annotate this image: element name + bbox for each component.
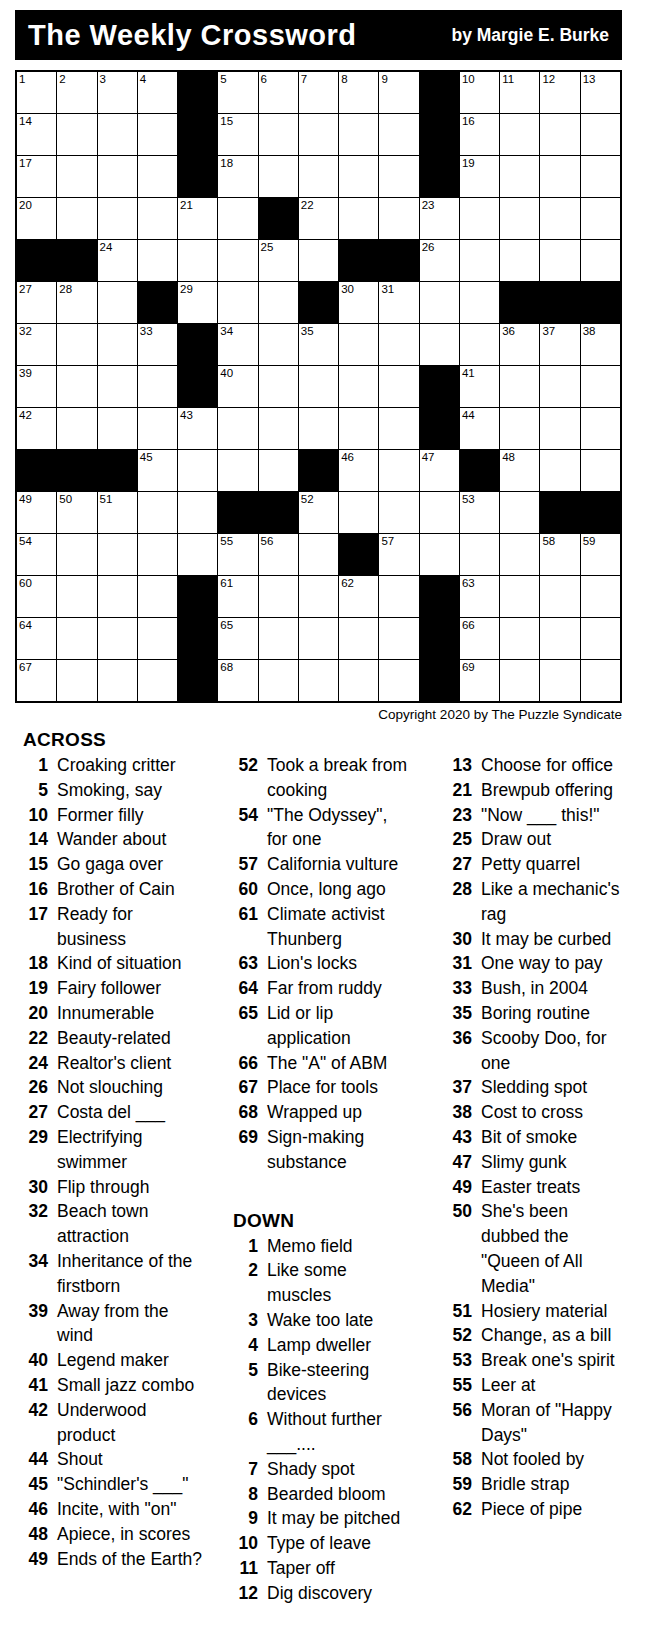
grid-cell[interactable] [420, 492, 459, 533]
grid-cell[interactable] [259, 156, 298, 197]
grid-cell[interactable]: 42 [17, 408, 56, 449]
grid-cell[interactable]: 59 [581, 534, 620, 575]
grid-cell[interactable]: 34 [218, 324, 257, 365]
grid-cell[interactable] [540, 114, 579, 155]
grid-cell[interactable]: 19 [460, 156, 499, 197]
clue-across-5: 5Smoking, say [15, 778, 225, 803]
grid-cell[interactable]: 25 [259, 240, 298, 281]
grid-cell[interactable]: 38 [581, 324, 620, 365]
grid-cell[interactable] [178, 492, 217, 533]
grid-cell[interactable] [379, 660, 418, 701]
grid-cell[interactable] [178, 240, 217, 281]
grid-cell[interactable] [379, 408, 418, 449]
grid-cell[interactable] [138, 534, 177, 575]
grid-cell[interactable] [299, 114, 338, 155]
grid-cell[interactable] [259, 618, 298, 659]
cell-number: 59 [583, 535, 596, 548]
block-cell [17, 450, 56, 491]
grid-cell[interactable] [581, 408, 620, 449]
grid-cell[interactable] [259, 324, 298, 365]
grid-cell[interactable] [500, 660, 539, 701]
grid-cell[interactable] [138, 660, 177, 701]
grid-cell[interactable]: 20 [17, 198, 56, 239]
grid-cell[interactable] [299, 366, 338, 407]
cell-number: 56 [261, 535, 274, 548]
grid-cell[interactable] [138, 366, 177, 407]
clue-down-4: 4Lamp dweller [225, 1333, 439, 1358]
grid-cell[interactable]: 15 [218, 114, 257, 155]
grid-cell[interactable] [460, 198, 499, 239]
grid-cell[interactable]: 57 [379, 534, 418, 575]
grid-cell[interactable] [581, 240, 620, 281]
grid-cell[interactable] [540, 366, 579, 407]
grid-cell[interactable]: 14 [17, 114, 56, 155]
cell-number: 46 [341, 451, 354, 464]
clue-across-66: 66The "A" of ABM [225, 1051, 439, 1076]
grid-cell[interactable] [138, 618, 177, 659]
grid-cell[interactable] [460, 282, 499, 323]
grid-cell[interactable]: 2 [57, 72, 96, 113]
grid-cell[interactable]: 56 [259, 534, 298, 575]
clue-down-1: 1Memo field [225, 1234, 439, 1259]
grid-cell[interactable] [540, 240, 579, 281]
grid-cell[interactable] [57, 114, 96, 155]
cell-number: 62 [341, 577, 354, 590]
grid-cell[interactable]: 23 [420, 198, 459, 239]
block-cell [339, 534, 378, 575]
cell-number: 4 [140, 73, 146, 86]
grid-cell[interactable] [540, 198, 579, 239]
clue-across-19: 19Fairy follower [15, 976, 225, 1001]
grid-cell[interactable] [581, 618, 620, 659]
grid-cell[interactable]: 27 [17, 282, 56, 323]
grid-cell[interactable] [218, 282, 257, 323]
block-cell [178, 576, 217, 617]
grid-cell[interactable]: 31 [379, 282, 418, 323]
grid-cell[interactable] [420, 534, 459, 575]
grid-cell[interactable] [540, 618, 579, 659]
cell-number: 7 [301, 73, 307, 86]
grid-cell[interactable] [339, 156, 378, 197]
cell-number: 51 [100, 493, 113, 506]
grid-cell[interactable]: 44 [460, 408, 499, 449]
cell-number: 42 [19, 409, 32, 422]
clue-down-6: 6Without further ___.... [225, 1407, 439, 1457]
grid-cell[interactable] [259, 408, 298, 449]
grid-cell[interactable]: 51 [98, 492, 137, 533]
grid-cell[interactable]: 11 [500, 72, 539, 113]
clue-down-47: 47Slimy gunk [439, 1150, 665, 1175]
grid-cell[interactable]: 40 [218, 366, 257, 407]
grid-cell[interactable] [500, 198, 539, 239]
grid-cell[interactable]: 68 [218, 660, 257, 701]
cell-number: 45 [140, 451, 153, 464]
clue-across-64: 64Far from ruddy [225, 976, 439, 1001]
block-cell [57, 450, 96, 491]
cell-number: 17 [19, 157, 32, 170]
grid-cell[interactable] [98, 660, 137, 701]
cell-number: 61 [220, 577, 233, 590]
clue-down-23: 23"Now ___ this!" [439, 803, 665, 828]
grid-cell[interactable] [57, 198, 96, 239]
grid-cell[interactable]: 35 [299, 324, 338, 365]
grid-cell[interactable] [299, 240, 338, 281]
clue-across-49: 49Ends of the Earth? [15, 1547, 225, 1572]
grid-cell[interactable] [339, 198, 378, 239]
grid-cell[interactable]: 48 [500, 450, 539, 491]
grid-cell[interactable]: 24 [98, 240, 137, 281]
grid-cell[interactable]: 41 [460, 366, 499, 407]
grid-cell[interactable] [339, 660, 378, 701]
grid-cell[interactable] [98, 366, 137, 407]
grid-cell[interactable] [500, 114, 539, 155]
grid-cell[interactable]: 1 [17, 72, 56, 113]
clue-down-62: 62Piece of pipe [439, 1497, 665, 1522]
grid-cell[interactable]: 66 [460, 618, 499, 659]
clue-across-30: 30Flip through [15, 1175, 225, 1200]
cell-number: 9 [381, 73, 387, 86]
grid-cell[interactable] [57, 366, 96, 407]
grid-cell[interactable] [218, 450, 257, 491]
clue-down-9: 9It may be pitched [225, 1506, 439, 1531]
block-cell [339, 240, 378, 281]
grid-cell[interactable] [259, 660, 298, 701]
clue-across-40: 40Legend maker [15, 1348, 225, 1373]
grid-cell[interactable] [581, 576, 620, 617]
grid-cell[interactable]: 47 [420, 450, 459, 491]
clue-down-33: 33Bush, in 2004 [439, 976, 665, 1001]
clue-across-29: 29Electrifying swimmer [15, 1125, 225, 1175]
grid-cell[interactable]: 32 [17, 324, 56, 365]
clue-down-38: 38Cost to cross [439, 1100, 665, 1125]
grid-cell[interactable] [259, 282, 298, 323]
grid-cell[interactable] [138, 114, 177, 155]
block-cell [420, 156, 459, 197]
grid-cell[interactable] [379, 114, 418, 155]
grid-cell[interactable] [218, 240, 257, 281]
grid-cell[interactable] [581, 156, 620, 197]
grid-cell[interactable] [500, 240, 539, 281]
grid-cell[interactable]: 16 [460, 114, 499, 155]
grid-cell[interactable]: 63 [460, 576, 499, 617]
grid-cell[interactable] [500, 492, 539, 533]
clue-across-17: 17Ready for business [15, 902, 225, 952]
grid-cell[interactable]: 30 [339, 282, 378, 323]
block-cell [420, 366, 459, 407]
grid-cell[interactable] [218, 408, 257, 449]
grid-cell[interactable] [581, 198, 620, 239]
cell-number: 5 [220, 73, 226, 86]
clue-down-27: 27Petty quarrel [439, 852, 665, 877]
grid-cell[interactable]: 37 [540, 324, 579, 365]
grid-cell[interactable] [57, 408, 96, 449]
clue-across-67: 67Place for tools [225, 1075, 439, 1100]
grid-cell[interactable] [259, 366, 298, 407]
block-cell [420, 576, 459, 617]
grid-cell[interactable] [581, 366, 620, 407]
cell-number: 28 [59, 283, 72, 296]
grid-cell[interactable] [138, 156, 177, 197]
grid-cell[interactable] [138, 492, 177, 533]
clue-across-60: 60Once, long ago [225, 877, 439, 902]
block-cell [178, 366, 217, 407]
block-cell [98, 450, 137, 491]
grid-cell[interactable]: 21 [178, 198, 217, 239]
clue-column-1: ACROSS 1Croaking critter5Smoking, say10F… [15, 727, 225, 1571]
grid-cell[interactable]: 55 [218, 534, 257, 575]
grid-cell[interactable] [98, 282, 137, 323]
grid-cell[interactable]: 64 [17, 618, 56, 659]
grid-cell[interactable] [339, 408, 378, 449]
grid-cell[interactable] [57, 156, 96, 197]
clue-down-13: 13Choose for office [439, 753, 665, 778]
grid-cell[interactable] [581, 660, 620, 701]
grid-cell[interactable] [581, 114, 620, 155]
grid-cell[interactable]: 18 [218, 156, 257, 197]
grid-cell[interactable] [299, 660, 338, 701]
block-cell [178, 72, 217, 113]
block-cell [218, 492, 257, 533]
grid-cell[interactable] [57, 576, 96, 617]
grid-cell[interactable]: 7 [299, 72, 338, 113]
grid-cell[interactable]: 60 [17, 576, 56, 617]
grid-cell[interactable] [98, 534, 137, 575]
cell-number: 23 [422, 199, 435, 212]
cell-number: 30 [341, 283, 354, 296]
block-cell [259, 492, 298, 533]
block-cell [57, 240, 96, 281]
grid-cell[interactable]: 43 [178, 408, 217, 449]
cell-number: 32 [19, 325, 32, 338]
clue-column-3: 13Choose for office21Brewpub offering23"… [439, 727, 665, 1522]
clue-across-26: 26Not slouching [15, 1075, 225, 1100]
grid-cell[interactable] [339, 366, 378, 407]
cell-number: 41 [462, 367, 475, 380]
grid-cell[interactable] [98, 156, 137, 197]
grid-cell[interactable] [98, 408, 137, 449]
grid-cell[interactable] [420, 282, 459, 323]
grid-cell[interactable] [540, 660, 579, 701]
grid-cell[interactable] [460, 324, 499, 365]
block-cell [299, 282, 338, 323]
grid-cell[interactable]: 46 [339, 450, 378, 491]
grid-cell[interactable]: 39 [17, 366, 56, 407]
block-cell [581, 282, 620, 323]
grid-cell[interactable] [57, 324, 96, 365]
clue-across-42: 42Underwood product [15, 1398, 225, 1448]
across-header: ACROSS [23, 727, 225, 752]
grid-cell[interactable] [339, 114, 378, 155]
grid-cell[interactable] [57, 660, 96, 701]
cell-number: 31 [381, 283, 394, 296]
cell-number: 38 [583, 325, 596, 338]
grid-cell[interactable]: 9 [379, 72, 418, 113]
clue-down-37: 37Sledding spot [439, 1075, 665, 1100]
cell-number: 14 [19, 115, 32, 128]
clue-down-3: 3Wake too late [225, 1308, 439, 1333]
grid-cell[interactable]: 36 [500, 324, 539, 365]
grid-cell[interactable] [57, 618, 96, 659]
grid-cell[interactable] [379, 576, 418, 617]
block-cell [138, 282, 177, 323]
grid-cell[interactable] [500, 618, 539, 659]
grid-cell[interactable] [379, 324, 418, 365]
cell-number: 19 [462, 157, 475, 170]
grid-cell[interactable]: 26 [420, 240, 459, 281]
grid-cell[interactable] [379, 198, 418, 239]
grid-cell[interactable]: 22 [299, 198, 338, 239]
grid-cell[interactable]: 45 [138, 450, 177, 491]
grid-cell[interactable]: 5 [218, 72, 257, 113]
clue-across-27: 27Costa del ___ [15, 1100, 225, 1125]
cell-number: 50 [59, 493, 72, 506]
grid-cell[interactable]: 49 [17, 492, 56, 533]
grid-cell[interactable] [299, 156, 338, 197]
cell-number: 67 [19, 661, 32, 674]
block-cell [420, 72, 459, 113]
grid-cell[interactable] [299, 576, 338, 617]
cell-number: 24 [100, 241, 113, 254]
grid-cell[interactable] [460, 240, 499, 281]
grid-cell[interactable] [299, 408, 338, 449]
clue-across-46: 46Incite, with "on" [15, 1497, 225, 1522]
block-cell [420, 408, 459, 449]
clue-across-54: 54"The Odyssey", for one [225, 803, 439, 853]
cell-number: 37 [542, 325, 555, 338]
clue-column-2: 52Took a break from cooking54"The Odysse… [225, 727, 439, 1606]
clue-across-65: 65Lid or lip application [225, 1001, 439, 1051]
grid-cell[interactable]: 8 [339, 72, 378, 113]
grid-cell[interactable]: 13 [581, 72, 620, 113]
grid-cell[interactable]: 62 [339, 576, 378, 617]
cell-number: 22 [301, 199, 314, 212]
clue-across-1: 1Croaking critter [15, 753, 225, 778]
title-banner: The Weekly Crossword by Margie E. Burke [15, 10, 622, 60]
clue-across-48: 48Apiece, in scores [15, 1522, 225, 1547]
block-cell [178, 156, 217, 197]
clue-down-35: 35Boring routine [439, 1001, 665, 1026]
clues-section: ACROSS 1Croaking critter5Smoking, say10F… [15, 727, 665, 1606]
column-spacer [439, 727, 665, 753]
clue-down-52: 52Change, as a bill [439, 1323, 665, 1348]
clue-down-31: 31One way to pay [439, 951, 665, 976]
grid-cell[interactable] [379, 450, 418, 491]
grid-cell[interactable] [98, 198, 137, 239]
grid-cell[interactable] [138, 240, 177, 281]
grid-cell[interactable] [299, 534, 338, 575]
cell-number: 36 [502, 325, 515, 338]
grid-cell[interactable] [500, 534, 539, 575]
grid-cell[interactable] [299, 618, 338, 659]
cell-number: 29 [180, 283, 193, 296]
grid-cell[interactable] [379, 156, 418, 197]
block-cell [500, 282, 539, 323]
grid-cell[interactable]: 4 [138, 72, 177, 113]
grid-cell[interactable]: 17 [17, 156, 56, 197]
grid-cell[interactable]: 58 [540, 534, 579, 575]
clue-across-41: 41Small jazz combo [15, 1373, 225, 1398]
grid-cell[interactable] [540, 408, 579, 449]
cell-number: 11 [502, 73, 514, 86]
grid-cell[interactable] [339, 492, 378, 533]
grid-cell[interactable] [98, 324, 137, 365]
cell-number: 64 [19, 619, 32, 632]
grid-cell[interactable] [500, 576, 539, 617]
grid-cell[interactable] [581, 450, 620, 491]
clue-down-12: 12Dig discovery [225, 1581, 439, 1606]
grid-cell[interactable] [339, 618, 378, 659]
clue-across-14: 14Wander about [15, 827, 225, 852]
grid-cell[interactable]: 12 [540, 72, 579, 113]
cell-number: 43 [180, 409, 193, 422]
grid-cell[interactable] [259, 450, 298, 491]
clue-across-10: 10Former filly [15, 803, 225, 828]
grid-cell[interactable] [98, 618, 137, 659]
grid-cell[interactable]: 54 [17, 534, 56, 575]
clue-down-49: 49Easter treats [439, 1175, 665, 1200]
grid-cell[interactable] [98, 576, 137, 617]
grid-cell[interactable]: 52 [299, 492, 338, 533]
across-list-2: 52Took a break from cooking54"The Odysse… [225, 753, 439, 1175]
clue-down-2: 2Like some muscles [225, 1258, 439, 1308]
grid-cell[interactable]: 6 [259, 72, 298, 113]
grid-cell[interactable]: 50 [57, 492, 96, 533]
grid-cell[interactable]: 53 [460, 492, 499, 533]
grid-cell[interactable]: 33 [138, 324, 177, 365]
grid-cell[interactable]: 29 [178, 282, 217, 323]
grid-cell[interactable]: 69 [460, 660, 499, 701]
grid-cell[interactable] [540, 156, 579, 197]
grid-cell[interactable] [500, 156, 539, 197]
grid-cell[interactable] [178, 450, 217, 491]
grid-cell[interactable]: 65 [218, 618, 257, 659]
clue-down-55: 55Leer at [439, 1373, 665, 1398]
clue-across-61: 61Climate activist Thunberg [225, 902, 439, 952]
across-list-1: 1Croaking critter5Smoking, say10Former f… [15, 753, 225, 1571]
grid-cell[interactable]: 28 [57, 282, 96, 323]
grid-cell[interactable] [460, 534, 499, 575]
grid-cell[interactable] [379, 366, 418, 407]
grid-cell[interactable] [379, 492, 418, 533]
grid-cell[interactable]: 61 [218, 576, 257, 617]
grid-cell[interactable] [500, 366, 539, 407]
grid-cell[interactable] [138, 576, 177, 617]
grid-cell[interactable] [540, 576, 579, 617]
grid-cell[interactable] [138, 408, 177, 449]
cell-number: 16 [462, 115, 475, 128]
grid-cell[interactable]: 10 [460, 72, 499, 113]
grid-cell[interactable] [259, 114, 298, 155]
cell-number: 18 [220, 157, 233, 170]
clue-down-56: 56Moran of "Happy Days" [439, 1398, 665, 1448]
grid-cell[interactable] [178, 534, 217, 575]
grid-cell[interactable] [98, 114, 137, 155]
grid-cell[interactable] [218, 198, 257, 239]
grid-cell[interactable] [420, 324, 459, 365]
grid-cell[interactable]: 3 [98, 72, 137, 113]
grid-cell[interactable] [138, 198, 177, 239]
grid-cell[interactable] [259, 576, 298, 617]
grid-cell[interactable] [500, 408, 539, 449]
grid-cell[interactable] [57, 534, 96, 575]
grid-cell[interactable] [540, 450, 579, 491]
grid-cell[interactable] [379, 618, 418, 659]
cell-number: 63 [462, 577, 475, 590]
grid-cell[interactable] [339, 324, 378, 365]
grid-cell[interactable]: 67 [17, 660, 56, 701]
cell-number: 54 [19, 535, 32, 548]
clue-across-52: 52Took a break from cooking [225, 753, 439, 803]
